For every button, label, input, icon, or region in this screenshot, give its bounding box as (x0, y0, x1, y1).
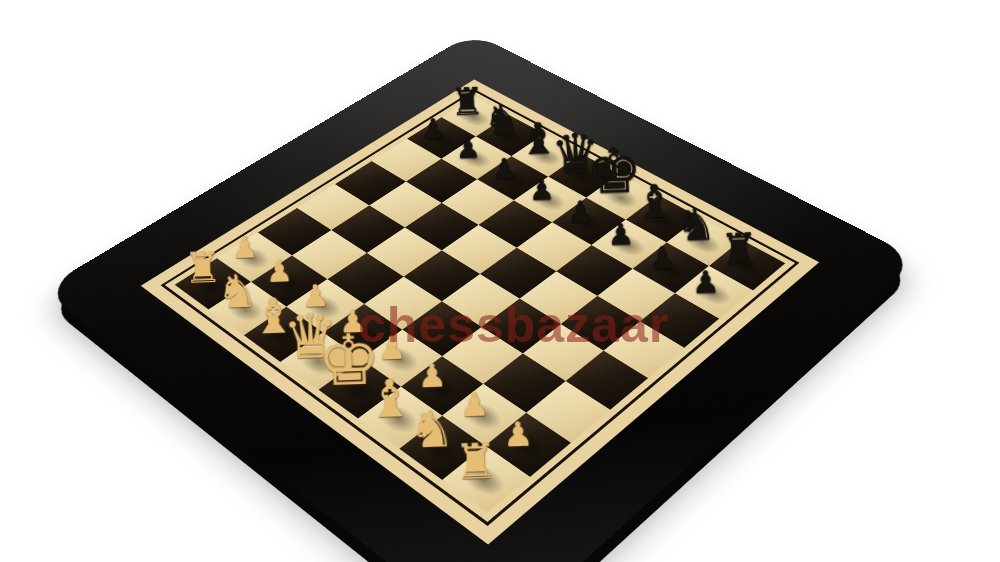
square-h1[interactable]: ♜ (442, 446, 530, 513)
black-bishop-f8[interactable]: ♝ (633, 178, 675, 225)
chess-board: ♜♞♝♛♚♝♞♜♟♟♟♟♟♟♟♟♟♟♟♟♟♟♟♟♜♞♝♛♚♝♞♜ (42, 33, 918, 562)
white-pawn-e2[interactable]: ♟ (377, 332, 407, 365)
square-d5[interactable] (442, 225, 517, 274)
board-scene: ♜♞♝♛♚♝♞♜♟♟♟♟♟♟♟♟♟♟♟♟♟♟♟♟♜♞♝♛♚♝♞♜ (0, 0, 1000, 562)
square-b4[interactable] (331, 205, 405, 253)
black-pawn-h7[interactable]: ♟ (692, 267, 721, 299)
white-pawn-a2[interactable]: ♟ (231, 233, 259, 263)
pinstripe-inlay: ♜♞♝♛♚♝♞♜♟♟♟♟♟♟♟♟♟♟♟♟♟♟♟♟♜♞♝♛♚♝♞♜ (161, 89, 800, 526)
white-pawn-h2[interactable]: ♟ (503, 417, 535, 452)
white-pawn-b2[interactable]: ♟ (266, 256, 294, 287)
black-knight-g8[interactable]: ♞ (675, 202, 716, 248)
black-pawn-f7[interactable]: ♟ (607, 219, 635, 249)
black-rook-a8[interactable]: ♜ (450, 83, 485, 121)
black-pawn-c7[interactable]: ♟ (492, 155, 518, 184)
square-h8[interactable]: ♜ (709, 240, 785, 291)
black-knight-b8[interactable]: ♞ (483, 99, 521, 141)
black-pawn-b7[interactable]: ♟ (456, 134, 482, 162)
white-knight-g1[interactable]: ♞ (408, 403, 455, 455)
product-photo: ♜♞♝♛♚♝♞♜♟♟♟♟♟♟♟♟♟♟♟♟♟♟♟♟♜♞♝♛♚♝♞♜ chessba… (0, 0, 1000, 562)
white-rook-h1[interactable]: ♜ (453, 437, 498, 487)
black-rook-h8[interactable]: ♜ (720, 228, 759, 271)
black-pawn-g7[interactable]: ♟ (649, 243, 677, 274)
white-bishop-f1[interactable]: ♝ (366, 372, 414, 426)
white-pawn-f2[interactable]: ♟ (417, 359, 447, 393)
black-pawn-a7[interactable]: ♟ (421, 115, 446, 143)
white-pawn-g2[interactable]: ♟ (459, 388, 490, 422)
board-grid: ♜♞♝♛♚♝♞♜♟♟♟♟♟♟♟♟♟♟♟♟♟♟♟♟♜♞♝♛♚♝♞♜ (175, 96, 786, 512)
boxwood-inlay-band: ♜♞♝♛♚♝♞♜♟♟♟♟♟♟♟♟♟♟♟♟♟♟♟♟♜♞♝♛♚♝♞♜ (141, 80, 819, 545)
black-pawn-d7[interactable]: ♟ (529, 175, 556, 204)
square-e5[interactable] (480, 248, 556, 299)
black-pawn-e7[interactable]: ♟ (567, 197, 594, 227)
square-e3[interactable] (402, 301, 481, 356)
